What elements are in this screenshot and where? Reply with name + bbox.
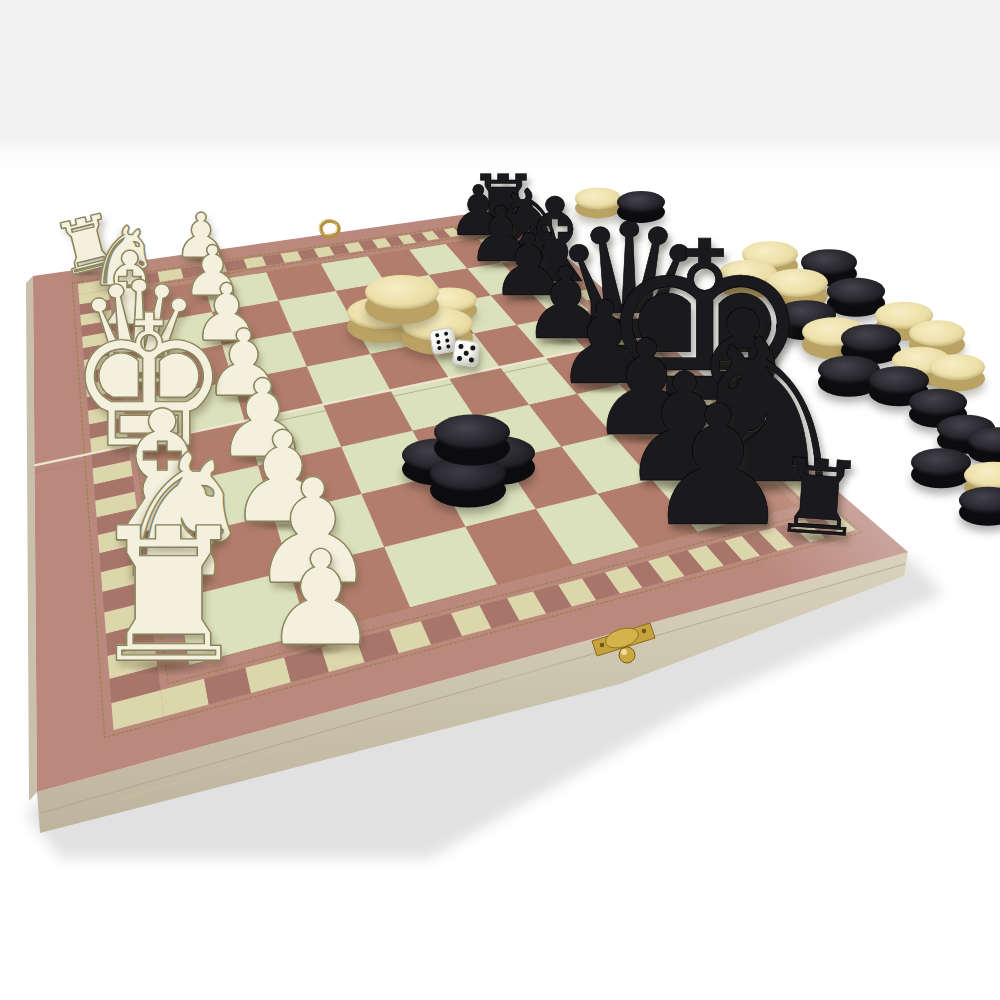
white-rook[interactable]: ♜: [86, 504, 252, 689]
dark-checker-disc[interactable]: [911, 454, 971, 482]
dark-checker-disc[interactable]: [430, 465, 506, 500]
dark-checker-disc[interactable]: [959, 493, 1000, 520]
light-checker-disc[interactable]: [929, 360, 985, 386]
product-photo-scene: ♜♞♝♛♚♝♞♜♟♟♟♟♟♟♟♟♜♞♝♛♚♝♞♜♟♟♟♟♟♟♟♟: [0, 0, 1000, 1000]
die-showing-5[interactable]: [452, 339, 481, 368]
dark-checker-disc[interactable]: [968, 433, 1000, 459]
black-rook[interactable]: ♜: [769, 445, 868, 554]
light-checker-disc[interactable]: [365, 282, 439, 316]
dark-checker-disc[interactable]: [434, 423, 510, 458]
white-pawn[interactable]: ♟: [262, 534, 379, 665]
